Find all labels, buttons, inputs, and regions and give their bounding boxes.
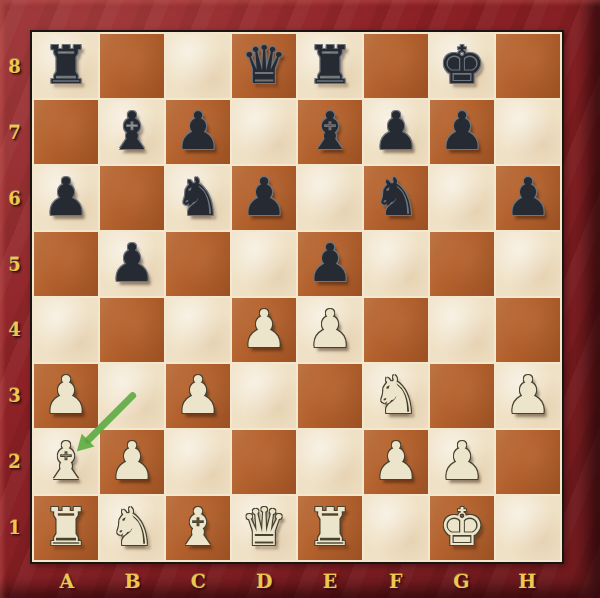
square-e5[interactable]: ♟ (298, 232, 362, 296)
square-c8[interactable] (166, 34, 230, 98)
square-g5[interactable] (430, 232, 494, 296)
piece-black-rook[interactable]: ♜ (307, 39, 354, 91)
piece-white-king[interactable]: ♚ (439, 501, 486, 553)
square-e7[interactable]: ♝ (298, 100, 362, 164)
square-h4[interactable] (496, 298, 560, 362)
rank-label-8: 8 (0, 34, 29, 100)
square-e4[interactable]: ♟ (298, 298, 362, 362)
square-b1[interactable]: ♞ (100, 496, 164, 560)
square-c2[interactable] (166, 430, 230, 494)
square-d2[interactable] (232, 430, 296, 494)
square-g4[interactable] (430, 298, 494, 362)
square-f6[interactable]: ♞ (364, 166, 428, 230)
square-e3[interactable] (298, 364, 362, 428)
rank-label-4: 4 (0, 297, 29, 363)
board: ♜♛♜♚♝♟♝♟♟♟♞♟♞♟♟♟♟♟♟♟♞♟♝♟♟♟♜♞♝♛♜♚ (30, 30, 564, 564)
piece-black-pawn[interactable]: ♟ (43, 171, 90, 223)
square-e8[interactable]: ♜ (298, 34, 362, 98)
square-b6[interactable] (100, 166, 164, 230)
square-g2[interactable]: ♟ (430, 430, 494, 494)
square-e2[interactable] (298, 430, 362, 494)
square-a8[interactable]: ♜ (34, 34, 98, 98)
square-a1[interactable]: ♜ (34, 496, 98, 560)
piece-white-rook[interactable]: ♜ (307, 501, 354, 553)
piece-black-bishop[interactable]: ♝ (307, 105, 354, 157)
square-b8[interactable] (100, 34, 164, 98)
piece-black-knight[interactable]: ♞ (373, 171, 420, 223)
file-label-f: F (363, 566, 429, 596)
piece-white-pawn[interactable]: ♟ (241, 303, 288, 355)
file-label-h: H (494, 566, 560, 596)
square-g3[interactable] (430, 364, 494, 428)
square-f5[interactable] (364, 232, 428, 296)
square-f7[interactable]: ♟ (364, 100, 428, 164)
square-h8[interactable] (496, 34, 560, 98)
piece-black-pawn[interactable]: ♟ (241, 171, 288, 223)
rank-label-1: 1 (0, 494, 29, 560)
square-e6[interactable] (298, 166, 362, 230)
piece-black-pawn[interactable]: ♟ (373, 105, 420, 157)
square-h6[interactable]: ♟ (496, 166, 560, 230)
piece-white-pawn[interactable]: ♟ (505, 369, 552, 421)
square-c7[interactable]: ♟ (166, 100, 230, 164)
square-g7[interactable]: ♟ (430, 100, 494, 164)
square-h7[interactable] (496, 100, 560, 164)
square-f3[interactable]: ♞ (364, 364, 428, 428)
file-label-b: B (100, 566, 166, 596)
rank-label-7: 7 (0, 100, 29, 166)
square-a4[interactable] (34, 298, 98, 362)
piece-black-pawn[interactable]: ♟ (307, 237, 354, 289)
square-a6[interactable]: ♟ (34, 166, 98, 230)
square-b4[interactable] (100, 298, 164, 362)
square-b3[interactable] (100, 364, 164, 428)
square-a2[interactable]: ♝ (34, 430, 98, 494)
square-h1[interactable] (496, 496, 560, 560)
file-label-c: C (166, 566, 232, 596)
square-a5[interactable] (34, 232, 98, 296)
square-g8[interactable]: ♚ (430, 34, 494, 98)
piece-black-pawn[interactable]: ♟ (175, 105, 222, 157)
piece-black-pawn[interactable]: ♟ (439, 105, 486, 157)
square-c6[interactable]: ♞ (166, 166, 230, 230)
square-g6[interactable] (430, 166, 494, 230)
piece-white-bishop[interactable]: ♝ (43, 435, 90, 487)
piece-black-rook[interactable]: ♜ (43, 39, 90, 91)
square-d6[interactable]: ♟ (232, 166, 296, 230)
piece-white-pawn[interactable]: ♟ (373, 435, 420, 487)
square-f1[interactable] (364, 496, 428, 560)
rank-labels: 87654321 (0, 34, 29, 560)
piece-white-pawn[interactable]: ♟ (175, 369, 222, 421)
file-label-a: A (34, 566, 100, 596)
square-f8[interactable] (364, 34, 428, 98)
piece-white-rook[interactable]: ♜ (43, 501, 90, 553)
square-d3[interactable] (232, 364, 296, 428)
square-a3[interactable]: ♟ (34, 364, 98, 428)
rank-label-2: 2 (0, 429, 29, 495)
square-h2[interactable] (496, 430, 560, 494)
square-b5[interactable]: ♟ (100, 232, 164, 296)
piece-white-knight[interactable]: ♞ (109, 501, 156, 553)
square-d1[interactable]: ♛ (232, 496, 296, 560)
piece-white-pawn[interactable]: ♟ (109, 435, 156, 487)
square-c5[interactable] (166, 232, 230, 296)
square-b2[interactable]: ♟ (100, 430, 164, 494)
file-label-d: D (231, 566, 297, 596)
file-label-g: G (429, 566, 495, 596)
rank-label-3: 3 (0, 363, 29, 429)
square-d7[interactable] (232, 100, 296, 164)
piece-black-pawn[interactable]: ♟ (505, 171, 552, 223)
file-labels: ABCDEFGH (34, 566, 560, 596)
square-c1[interactable]: ♝ (166, 496, 230, 560)
square-h3[interactable]: ♟ (496, 364, 560, 428)
piece-white-pawn[interactable]: ♟ (43, 369, 90, 421)
piece-white-knight[interactable]: ♞ (373, 369, 420, 421)
square-h5[interactable] (496, 232, 560, 296)
piece-white-bishop[interactable]: ♝ (175, 501, 222, 553)
square-d8[interactable]: ♛ (232, 34, 296, 98)
square-g1[interactable]: ♚ (430, 496, 494, 560)
square-a7[interactable] (34, 100, 98, 164)
piece-white-pawn[interactable]: ♟ (307, 303, 354, 355)
piece-black-queen[interactable]: ♛ (241, 39, 288, 91)
piece-black-bishop[interactable]: ♝ (109, 105, 156, 157)
rank-label-6: 6 (0, 166, 29, 232)
square-f2[interactable]: ♟ (364, 430, 428, 494)
piece-white-pawn[interactable]: ♟ (439, 435, 486, 487)
square-c4[interactable] (166, 298, 230, 362)
square-e1[interactable]: ♜ (298, 496, 362, 560)
rank-label-5: 5 (0, 231, 29, 297)
piece-black-pawn[interactable]: ♟ (109, 237, 156, 289)
square-c3[interactable]: ♟ (166, 364, 230, 428)
square-f4[interactable] (364, 298, 428, 362)
piece-black-king[interactable]: ♚ (439, 39, 486, 91)
square-d5[interactable] (232, 232, 296, 296)
square-d4[interactable]: ♟ (232, 298, 296, 362)
piece-black-knight[interactable]: ♞ (175, 171, 222, 223)
file-label-e: E (297, 566, 363, 596)
piece-white-queen[interactable]: ♛ (241, 501, 288, 553)
chessboard-widget: 87654321 ♜♛♜♚♝♟♝♟♟♟♞♟♞♟♟♟♟♟♟♟♞♟♝♟♟♟♜♞♝♛♜… (0, 0, 600, 598)
square-b7[interactable]: ♝ (100, 100, 164, 164)
